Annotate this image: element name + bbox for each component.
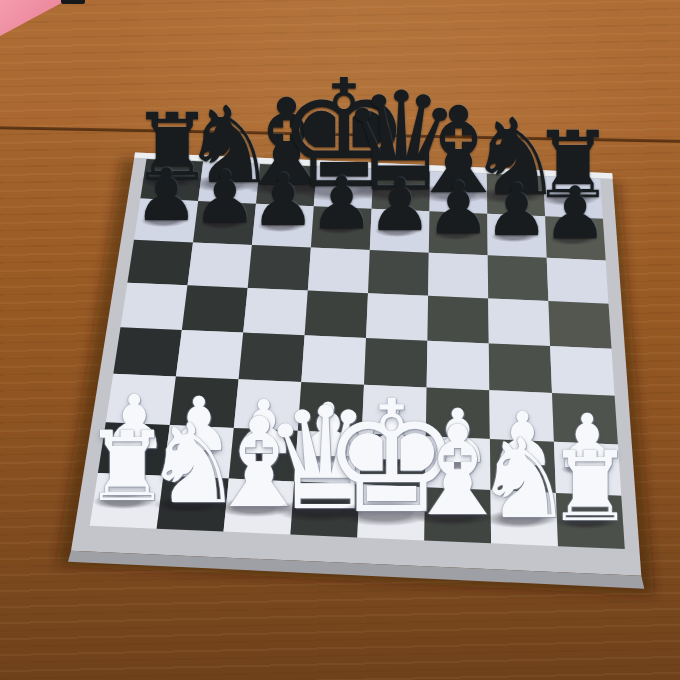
square-g8 bbox=[487, 174, 545, 217]
square-e7 bbox=[370, 209, 430, 253]
square-b4 bbox=[176, 330, 243, 379]
chessboard bbox=[0, 0, 680, 680]
square-b1 bbox=[157, 476, 229, 532]
square-c5 bbox=[243, 288, 308, 335]
square-b2 bbox=[163, 425, 233, 479]
square-a3 bbox=[106, 374, 176, 425]
square-g1 bbox=[491, 490, 559, 546]
square-g7 bbox=[487, 214, 546, 258]
square-g3 bbox=[489, 390, 554, 442]
square-h3 bbox=[552, 393, 618, 445]
square-h7 bbox=[545, 216, 606, 260]
square-c6 bbox=[248, 245, 311, 291]
square-d8 bbox=[314, 166, 374, 208]
square-e1 bbox=[357, 484, 425, 540]
square-d1 bbox=[290, 482, 359, 538]
square-d3 bbox=[298, 382, 364, 434]
square-e8 bbox=[372, 169, 431, 211]
square-g5 bbox=[488, 298, 550, 346]
square-c3 bbox=[234, 379, 301, 431]
square-f4 bbox=[427, 341, 490, 391]
square-f7 bbox=[429, 211, 488, 255]
square-f1 bbox=[424, 487, 491, 543]
square-h8 bbox=[544, 176, 603, 219]
square-a1 bbox=[90, 473, 164, 529]
square-f5 bbox=[427, 296, 488, 344]
square-e5 bbox=[366, 293, 428, 341]
square-c8 bbox=[256, 164, 317, 206]
square-d5 bbox=[305, 291, 368, 339]
square-e3 bbox=[362, 385, 427, 437]
square-a5 bbox=[121, 283, 188, 330]
square-h6 bbox=[547, 258, 609, 304]
square-b3 bbox=[170, 377, 239, 428]
square-e4 bbox=[364, 338, 427, 388]
square-h5 bbox=[548, 301, 611, 349]
square-a6 bbox=[127, 240, 193, 285]
square-a8 bbox=[140, 159, 203, 201]
square-f2 bbox=[425, 436, 491, 490]
square-d4 bbox=[301, 335, 366, 384]
square-g6 bbox=[488, 255, 549, 301]
square-c2 bbox=[229, 428, 298, 482]
square-c1 bbox=[224, 479, 295, 535]
square-b5 bbox=[182, 285, 248, 332]
square-g4 bbox=[489, 343, 552, 393]
square-a7 bbox=[134, 199, 198, 243]
square-e2 bbox=[360, 434, 426, 488]
square-h2 bbox=[554, 442, 621, 496]
square-b7 bbox=[193, 201, 256, 245]
square-d6 bbox=[308, 248, 370, 294]
square-b6 bbox=[188, 242, 252, 288]
square-h1 bbox=[556, 493, 625, 549]
square-d7 bbox=[311, 206, 372, 250]
square-f8 bbox=[430, 171, 488, 213]
square-e6 bbox=[368, 250, 429, 296]
square-c7 bbox=[252, 204, 314, 248]
square-a2 bbox=[98, 422, 170, 475]
square-d2 bbox=[294, 431, 362, 485]
photo-scene: ♜♞♝♚♛♝♞♜♟♟♟♟♟♟♟♟♟♟♟♟♟♟♟♟♜♞♝♛♚♝♞♜ bbox=[0, 0, 680, 680]
square-f6 bbox=[428, 253, 488, 299]
square-a4 bbox=[113, 327, 182, 376]
square-f3 bbox=[426, 388, 490, 440]
square-c4 bbox=[239, 333, 305, 382]
square-b8 bbox=[198, 162, 260, 204]
square-g2 bbox=[490, 439, 556, 493]
square-h4 bbox=[550, 346, 615, 396]
